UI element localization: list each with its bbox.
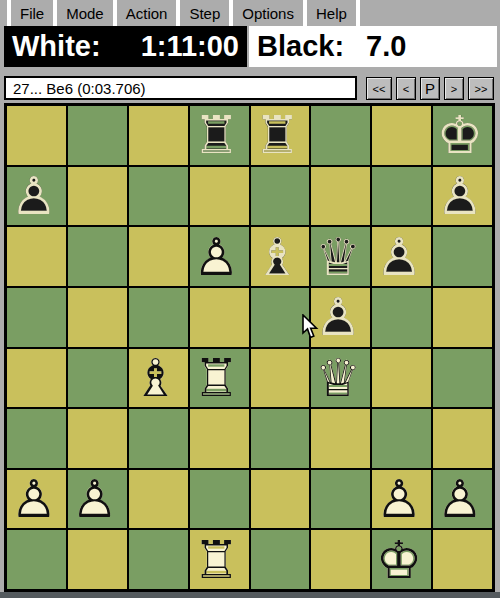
- square-f2[interactable]: [311, 470, 370, 529]
- white-pawn-piece[interactable]: ♟♙: [193, 231, 245, 283]
- black-clock-time: 7.0: [366, 30, 406, 63]
- black-pawn-piece[interactable]: ♟♙: [376, 231, 428, 283]
- square-e1[interactable]: [251, 530, 310, 589]
- square-e2[interactable]: [251, 470, 310, 529]
- white-pawn-piece[interactable]: ♟♙: [376, 473, 428, 525]
- square-e3[interactable]: [251, 409, 310, 468]
- square-c8[interactable]: [129, 106, 188, 165]
- black-pawn-piece[interactable]: ♟♙: [437, 170, 489, 222]
- square-e5[interactable]: [251, 288, 310, 347]
- square-c6[interactable]: [129, 227, 188, 286]
- move-text-field[interactable]: [4, 76, 357, 100]
- square-h3[interactable]: [433, 409, 492, 468]
- square-f1[interactable]: [311, 530, 370, 589]
- menu-step[interactable]: Step: [180, 0, 229, 26]
- navigation-buttons: << < P > >>: [366, 77, 494, 100]
- black-queen-piece[interactable]: ♛♕: [315, 231, 367, 283]
- square-a5[interactable]: [7, 288, 66, 347]
- forward-to-end-button[interactable]: >>: [468, 77, 494, 100]
- black-clock-label: Black:: [257, 30, 344, 63]
- square-h6[interactable]: [433, 227, 492, 286]
- square-g8[interactable]: [372, 106, 431, 165]
- square-b7[interactable]: [68, 167, 127, 226]
- pause-button[interactable]: P: [420, 77, 440, 100]
- square-f3[interactable]: [311, 409, 370, 468]
- square-e7[interactable]: [251, 167, 310, 226]
- square-e4[interactable]: [251, 349, 310, 408]
- square-b8[interactable]: [68, 106, 127, 165]
- black-pawn-piece[interactable]: ♟♙: [315, 291, 367, 343]
- square-f4[interactable]: ♛♕: [311, 349, 370, 408]
- square-d7[interactable]: [190, 167, 249, 226]
- square-g3[interactable]: [372, 409, 431, 468]
- square-h2[interactable]: ♟♙: [433, 470, 492, 529]
- square-h5[interactable]: [433, 288, 492, 347]
- square-a6[interactable]: [7, 227, 66, 286]
- step-forward-button[interactable]: >: [444, 77, 464, 100]
- square-g6[interactable]: ♟♙: [372, 227, 431, 286]
- menu-options[interactable]: Options: [233, 0, 303, 26]
- square-g7[interactable]: [372, 167, 431, 226]
- square-a2[interactable]: ♟♙: [7, 470, 66, 529]
- square-a4[interactable]: [7, 349, 66, 408]
- square-f5[interactable]: ♟♙: [311, 288, 370, 347]
- square-f8[interactable]: [311, 106, 370, 165]
- black-bishop-piece[interactable]: ♝♗: [254, 231, 306, 283]
- white-king-piece[interactable]: ♚♔: [376, 534, 428, 586]
- window-bottom-edge: [0, 592, 500, 598]
- square-a8[interactable]: [7, 106, 66, 165]
- square-c1[interactable]: [129, 530, 188, 589]
- square-h8[interactable]: ♚♔: [433, 106, 492, 165]
- black-king-piece[interactable]: ♚♔: [437, 109, 489, 161]
- white-rook-piece[interactable]: ♜♖: [193, 352, 245, 404]
- white-clock: White: 1:11:00: [4, 26, 247, 67]
- square-g5[interactable]: [372, 288, 431, 347]
- square-b6[interactable]: [68, 227, 127, 286]
- square-b4[interactable]: [68, 349, 127, 408]
- black-pawn-piece[interactable]: ♟♙: [10, 170, 62, 222]
- square-b3[interactable]: [68, 409, 127, 468]
- white-queen-piece[interactable]: ♛♕: [315, 352, 367, 404]
- square-d1[interactable]: ♜♖: [190, 530, 249, 589]
- menu-mode[interactable]: Mode: [57, 0, 113, 26]
- square-e6[interactable]: ♝♗: [251, 227, 310, 286]
- white-bishop-piece[interactable]: ♝♗: [132, 352, 184, 404]
- square-h1[interactable]: [433, 530, 492, 589]
- white-pawn-piece[interactable]: ♟♙: [10, 473, 62, 525]
- square-g2[interactable]: ♟♙: [372, 470, 431, 529]
- square-a7[interactable]: ♟♙: [7, 167, 66, 226]
- menu-separator: [356, 0, 360, 26]
- white-clock-time: 1:11:00: [141, 30, 239, 63]
- square-d4[interactable]: ♜♖: [190, 349, 249, 408]
- square-d8[interactable]: ♜♖: [190, 106, 249, 165]
- menu-help[interactable]: Help: [307, 0, 356, 26]
- step-back-button[interactable]: <: [396, 77, 416, 100]
- square-d6[interactable]: ♟♙: [190, 227, 249, 286]
- white-rook-piece[interactable]: ♜♖: [193, 534, 245, 586]
- square-f6[interactable]: ♛♕: [311, 227, 370, 286]
- rewind-to-start-button[interactable]: <<: [366, 77, 392, 100]
- square-d3[interactable]: [190, 409, 249, 468]
- chess-board: ♜♖♜♖♚♔♟♙♟♙♟♙♝♗♛♕♟♙♟♙♝♗♜♖♛♕♟♙♟♙♟♙♟♙♜♖♚♔: [4, 103, 495, 592]
- square-g1[interactable]: ♚♔: [372, 530, 431, 589]
- white-pawn-piece[interactable]: ♟♙: [437, 473, 489, 525]
- square-c4[interactable]: ♝♗: [129, 349, 188, 408]
- square-a1[interactable]: [7, 530, 66, 589]
- square-b2[interactable]: ♟♙: [68, 470, 127, 529]
- square-b1[interactable]: [68, 530, 127, 589]
- menu-file[interactable]: File: [11, 0, 53, 26]
- square-a3[interactable]: [7, 409, 66, 468]
- black-rook-piece[interactable]: ♜♖: [193, 109, 245, 161]
- square-c5[interactable]: [129, 288, 188, 347]
- square-d5[interactable]: [190, 288, 249, 347]
- black-rook-piece[interactable]: ♜♖: [254, 109, 306, 161]
- square-b5[interactable]: [68, 288, 127, 347]
- square-f7[interactable]: [311, 167, 370, 226]
- square-c7[interactable]: [129, 167, 188, 226]
- square-c3[interactable]: [129, 409, 188, 468]
- square-h4[interactable]: [433, 349, 492, 408]
- black-clock: Black: 7.0: [249, 26, 497, 67]
- square-g4[interactable]: [372, 349, 431, 408]
- white-pawn-piece[interactable]: ♟♙: [71, 473, 123, 525]
- square-c2[interactable]: [129, 470, 188, 529]
- menu-bar: File Mode Action Step Options Help: [0, 0, 500, 26]
- square-d2[interactable]: [190, 470, 249, 529]
- menu-action[interactable]: Action: [117, 0, 177, 26]
- square-e8[interactable]: ♜♖: [251, 106, 310, 165]
- square-h7[interactable]: ♟♙: [433, 167, 492, 226]
- white-clock-label: White:: [12, 30, 101, 63]
